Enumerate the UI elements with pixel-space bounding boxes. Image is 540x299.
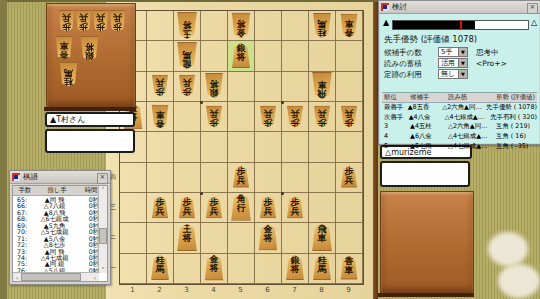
option-note: 思考中 bbox=[476, 48, 499, 58]
candidate-col-header: 候補手 bbox=[410, 93, 448, 102]
option-label: 読みの蓄積 bbox=[384, 59, 422, 68]
hoshi-dot bbox=[200, 101, 203, 104]
piece-face: 歩兵 bbox=[182, 197, 192, 218]
file-label: 1 bbox=[119, 286, 146, 294]
analysis-title: 検討 bbox=[392, 2, 407, 12]
move: ▲4八金 bbox=[409, 113, 445, 123]
shogi-piece-sente[interactable]: 玉将 bbox=[177, 12, 198, 39]
piece-face: 歩兵 bbox=[290, 197, 300, 218]
piece-face: 歩兵 bbox=[155, 75, 165, 96]
square-9-1[interactable]: 香車 bbox=[336, 254, 363, 284]
shogi-piece-sente[interactable]: 銀将 bbox=[205, 73, 224, 98]
hoshi-dot bbox=[200, 192, 203, 195]
dropdown-arrow-icon[interactable]: ▼ bbox=[458, 59, 467, 67]
pv: △4七銀成▲… bbox=[448, 142, 496, 152]
kifu-col-header: 手数 bbox=[13, 186, 31, 195]
square-7-6[interactable]: 歩兵 bbox=[282, 102, 309, 132]
hoshi-dot bbox=[281, 192, 284, 195]
square-1-3[interactable] bbox=[120, 193, 147, 223]
candidate-col-header: 形勢 (評価値) bbox=[496, 93, 537, 102]
square-8-1[interactable]: 桂馬 bbox=[309, 254, 336, 284]
file-label: 3 bbox=[173, 286, 200, 294]
square-8-9[interactable]: 桂馬 bbox=[309, 11, 336, 41]
move: ▲6八金 bbox=[410, 132, 448, 142]
square-9-2[interactable] bbox=[336, 223, 363, 253]
file-label: 7 bbox=[281, 286, 308, 294]
square-8-7[interactable]: 飛車 bbox=[309, 72, 336, 102]
shogi-piece-gote[interactable]: 金将 bbox=[258, 224, 278, 250]
shogi-piece-gote[interactable]: 銀将 bbox=[286, 255, 305, 280]
scroll-right-icon[interactable]: › bbox=[91, 274, 99, 281]
score: 先手有利 ( 320) bbox=[490, 113, 537, 123]
piece-face: 金将 bbox=[209, 256, 219, 281]
pv: △2六角▲同… bbox=[448, 122, 496, 132]
square-2-5[interactable] bbox=[147, 132, 174, 162]
square-6-2[interactable]: 金将 bbox=[255, 223, 282, 253]
file-label: 5 bbox=[227, 286, 254, 294]
pv: △4七銀成▲… bbox=[448, 132, 496, 142]
kifu-horizontal-scrollbar[interactable]: ‹ › bbox=[13, 272, 99, 281]
rank: 4 bbox=[382, 132, 410, 142]
piece-face: 香車 bbox=[59, 36, 69, 59]
piece-face: 歩兵 bbox=[263, 197, 273, 218]
kifu-close-icon[interactable]: × bbox=[97, 173, 108, 184]
pv: △2六角▲同… bbox=[442, 103, 486, 113]
file-label: 2 bbox=[146, 286, 173, 294]
piece-face: 桂馬 bbox=[64, 62, 74, 86]
shogi-piece-sente[interactable]: 香車 bbox=[340, 13, 358, 37]
piece-face: 龍馬 bbox=[182, 42, 192, 68]
square-1-4[interactable] bbox=[120, 163, 147, 193]
file-label: 8 bbox=[308, 286, 335, 294]
piece-face: 王将 bbox=[182, 225, 192, 251]
square-7-8[interactable] bbox=[282, 41, 309, 71]
square-1-2[interactable] bbox=[120, 223, 147, 253]
kifu-list[interactable]: 手数指し手時間 65:▲同 飛0秒66:△7八銀0秒67:▲8八飛0秒68:△6… bbox=[12, 185, 108, 282]
square-9-9[interactable]: 香車 bbox=[336, 11, 363, 41]
shogi-piece-sente[interactable]: 歩兵 bbox=[179, 75, 196, 97]
square-4-5[interactable] bbox=[201, 132, 228, 162]
kifu-titlebar[interactable]: 棋譜 × bbox=[10, 171, 110, 184]
square-5-7[interactable] bbox=[228, 72, 255, 102]
piece-face: 桂馬 bbox=[317, 256, 327, 280]
gote-comment-box bbox=[380, 161, 470, 187]
square-9-5[interactable] bbox=[336, 132, 363, 162]
piece-face: 金将 bbox=[236, 12, 246, 37]
candidate-col-header: 読み筋 bbox=[448, 93, 496, 102]
square-9-3[interactable] bbox=[336, 193, 363, 223]
square-3-4[interactable] bbox=[174, 163, 201, 193]
cushion bbox=[498, 264, 540, 298]
square-7-5[interactable] bbox=[282, 132, 309, 162]
square-7-4[interactable] bbox=[282, 163, 309, 193]
square-5-4[interactable]: 歩兵 bbox=[228, 163, 255, 193]
shogi-piece-gote[interactable]: 歩兵 bbox=[341, 166, 358, 188]
analysis-body: ▲ △ 先手優勢 (評価値 1078) 候補手の数5手▼思考中読みの蓄積活用▼<… bbox=[380, 14, 539, 143]
gote-eval-mark: △ bbox=[531, 18, 537, 27]
shogi-piece-gote[interactable]: 角行 bbox=[231, 194, 252, 221]
hscroll-thumb[interactable] bbox=[21, 273, 81, 281]
shogi-app: 玉将金将桂馬香車龍馬銀将歩兵歩兵銀将飛車金将香車歩兵歩兵歩兵歩兵歩兵歩兵歩兵歩兵… bbox=[0, 0, 540, 299]
evaluation-bar bbox=[392, 20, 529, 30]
square-2-8[interactable] bbox=[147, 41, 174, 71]
piece-face: 歩兵 bbox=[290, 105, 300, 126]
square-4-9[interactable] bbox=[201, 11, 228, 41]
rank: 5 bbox=[382, 142, 410, 152]
square-2-9[interactable] bbox=[147, 11, 174, 41]
square-7-1[interactable]: 銀将 bbox=[282, 254, 309, 284]
square-9-6[interactable]: 歩兵 bbox=[336, 102, 363, 132]
piece-face: 歩兵 bbox=[344, 105, 354, 126]
pv: △4七銀成▲… bbox=[445, 113, 491, 123]
square-2-2[interactable] bbox=[147, 223, 174, 253]
shogi-piece-sente[interactable]: 銀将 bbox=[80, 36, 99, 61]
shogi-piece-sente[interactable]: 歩兵 bbox=[314, 105, 331, 127]
piece-face: 歩兵 bbox=[209, 105, 219, 126]
move: ▲5七飛 bbox=[410, 142, 448, 152]
piece-face: 玉将 bbox=[182, 12, 192, 38]
piece-face: 歩兵 bbox=[344, 167, 354, 188]
square-5-6[interactable] bbox=[228, 102, 255, 132]
piece-face: 銀将 bbox=[290, 256, 300, 280]
square-6-5[interactable] bbox=[255, 132, 282, 162]
analysis-window-icon bbox=[381, 3, 389, 11]
rank: 次善手 bbox=[382, 113, 409, 123]
option-row: 読みの蓄積活用▼<Pro+> bbox=[384, 59, 422, 70]
sente-eval-mark: ▲ bbox=[383, 18, 389, 27]
evaluation-bar-fill bbox=[393, 21, 475, 29]
shogi-piece-gote[interactable]: 歩兵 bbox=[206, 196, 223, 218]
shogi-piece-sente[interactable]: 歩兵 bbox=[75, 10, 92, 32]
candidate-table-header: 順位候補手読み筋形勢 (評価値) bbox=[382, 93, 537, 103]
option-dropdown[interactable]: 活用▼ bbox=[438, 58, 468, 68]
square-7-2[interactable] bbox=[282, 223, 309, 253]
shogi-piece-sente[interactable]: 歩兵 bbox=[92, 10, 109, 32]
square-8-4[interactable] bbox=[309, 163, 336, 193]
evaluation-status: 先手優勢 (評価値 1078) bbox=[384, 34, 477, 46]
shogi-piece-sente[interactable]: 歩兵 bbox=[152, 75, 169, 97]
shogi-piece-gote[interactable]: 銀将 bbox=[232, 43, 251, 68]
kifu-window: 棋譜 × 手数指し手時間 65:▲同 飛0秒66:△7八銀0秒67:▲8八飛0秒… bbox=[9, 170, 111, 285]
analysis-close-icon[interactable]: × bbox=[527, 3, 538, 14]
file-label: 6 bbox=[254, 286, 281, 294]
shogi-piece-gote[interactable]: 歩兵 bbox=[233, 166, 250, 188]
square-5-2[interactable] bbox=[228, 223, 255, 253]
shogi-piece-gote[interactable]: 歩兵 bbox=[179, 196, 196, 218]
tatami-edge bbox=[0, 0, 7, 299]
shogi-piece-gote[interactable]: 桂馬 bbox=[151, 255, 170, 280]
hoshi-dot bbox=[281, 101, 284, 104]
sente-captured-tray[interactable]: 歩兵歩兵歩兵歩兵香車銀将桂馬 bbox=[46, 3, 136, 109]
kifu-list-header: 手数指し手時間 bbox=[13, 186, 99, 196]
piece-face: 銀将 bbox=[236, 44, 246, 68]
shogi-piece-gote[interactable]: 歩兵 bbox=[152, 196, 169, 218]
shogi-piece-gote[interactable]: 歩兵 bbox=[287, 196, 304, 218]
shogi-piece-sente[interactable]: 歩兵 bbox=[58, 10, 75, 32]
square-3-1[interactable] bbox=[174, 254, 201, 284]
square-8-3[interactable] bbox=[309, 193, 336, 223]
piece-face: 歩兵 bbox=[182, 75, 192, 96]
shogi-piece-sente[interactable]: 歩兵 bbox=[341, 105, 358, 127]
shogi-piece-gote[interactable]: 飛車 bbox=[312, 224, 333, 251]
rank: 3 bbox=[382, 122, 410, 132]
option-dropdown[interactable]: 無し▼ bbox=[438, 69, 468, 79]
piece-face: 桂馬 bbox=[317, 13, 327, 37]
option-label: 候補手の数 bbox=[384, 48, 422, 57]
square-4-6[interactable]: 歩兵 bbox=[201, 102, 228, 132]
sente-tray-base bbox=[44, 107, 136, 111]
option-note: <Pro+> bbox=[476, 59, 507, 68]
shogi-piece-sente[interactable]: 歩兵 bbox=[287, 105, 304, 127]
candidate-moves-table[interactable]: 順位候補手読み筋形勢 (評価値) 最善手▲8五香△2六角▲同…先手優勢 ( 10… bbox=[382, 92, 537, 141]
square-2-1[interactable]: 桂馬 bbox=[147, 254, 174, 284]
piece-face: 銀将 bbox=[85, 36, 95, 60]
square-3-3[interactable]: 歩兵 bbox=[174, 193, 201, 223]
square-4-4[interactable] bbox=[201, 163, 228, 193]
piece-face: 歩兵 bbox=[113, 10, 123, 31]
piece-face: 歩兵 bbox=[209, 197, 219, 218]
analysis-titlebar[interactable]: 検討 × bbox=[379, 1, 540, 14]
piece-face: 歩兵 bbox=[236, 167, 246, 188]
square-7-7[interactable] bbox=[282, 72, 309, 102]
gote-captured-tray[interactable] bbox=[380, 191, 474, 295]
square-5-5[interactable] bbox=[228, 132, 255, 162]
shogi-piece-gote[interactable]: 金将 bbox=[204, 255, 224, 281]
shogi-piece-sente[interactable]: 飛車 bbox=[312, 72, 333, 99]
shogi-piece-sente[interactable]: 香車 bbox=[55, 36, 73, 60]
shogi-piece-gote[interactable]: 王将 bbox=[177, 224, 198, 251]
square-3-7[interactable]: 歩兵 bbox=[174, 72, 201, 102]
file-label: 4 bbox=[200, 286, 227, 294]
piece-face: 香車 bbox=[155, 104, 165, 127]
move: ▲8五香 bbox=[408, 103, 443, 113]
dropdown-arrow-icon[interactable]: ▼ bbox=[458, 48, 467, 56]
cushion bbox=[488, 232, 528, 266]
square-8-8[interactable] bbox=[309, 41, 336, 71]
square-3-5[interactable] bbox=[174, 132, 201, 162]
square-3-6[interactable] bbox=[174, 102, 201, 132]
shogi-piece-sente[interactable]: 龍馬 bbox=[177, 42, 198, 69]
kifu-window-icon bbox=[12, 173, 20, 181]
move: ▲4五桂 bbox=[410, 122, 448, 132]
square-9-8[interactable] bbox=[336, 41, 363, 71]
kifu-vertical-scrollbar[interactable]: ˄ ˅ bbox=[98, 186, 107, 273]
square-2-7[interactable]: 歩兵 bbox=[147, 72, 174, 102]
square-6-7[interactable] bbox=[255, 72, 282, 102]
square-3-2[interactable]: 王将 bbox=[174, 223, 201, 253]
candidate-row[interactable]: 5▲5七飛△4七銀成▲…互角 ( -35) bbox=[382, 142, 537, 152]
candidate-col-header: 順位 bbox=[382, 93, 410, 102]
option-dropdown[interactable]: 5手▼ bbox=[438, 47, 468, 57]
square-8-6[interactable]: 歩兵 bbox=[309, 102, 336, 132]
shogi-piece-sente[interactable]: 歩兵 bbox=[109, 10, 126, 32]
kifu-title: 棋譜 bbox=[23, 172, 38, 182]
shogi-piece-sente[interactable]: 香車 bbox=[151, 104, 169, 128]
sente-comment-box bbox=[45, 129, 135, 153]
square-9-7[interactable] bbox=[336, 72, 363, 102]
option-label: 定跡の利用 bbox=[384, 70, 422, 79]
square-6-8[interactable] bbox=[255, 41, 282, 71]
square-2-3[interactable]: 歩兵 bbox=[147, 193, 174, 223]
kifu-col-header: 指し手 bbox=[31, 186, 83, 195]
piece-face: 歩兵 bbox=[155, 197, 165, 218]
piece-face: 歩兵 bbox=[62, 10, 72, 31]
kifu-col-header: 時間 bbox=[83, 186, 99, 195]
score: 先手優勢 ( 1078) bbox=[486, 103, 537, 113]
square-2-6[interactable]: 香車 bbox=[147, 102, 174, 132]
square-7-9[interactable] bbox=[282, 11, 309, 41]
kifu-move-rows[interactable]: 65:▲同 飛0秒66:△7八銀0秒67:▲8八飛0秒68:△6七銀成0秒69:… bbox=[13, 196, 99, 273]
square-3-9[interactable]: 玉将 bbox=[174, 11, 201, 41]
sente-name-plate: ▲T村さん bbox=[45, 112, 135, 127]
board-grid[interactable]: 玉将金将桂馬香車龍馬銀将歩兵歩兵銀将飛車金将香車歩兵歩兵歩兵歩兵歩兵歩兵歩兵歩兵… bbox=[119, 10, 364, 285]
candidate-row[interactable]: 3▲4五桂△2六角▲同…互角 ( 219) bbox=[382, 122, 537, 132]
piece-face: 飛車 bbox=[317, 225, 327, 251]
shogi-piece-sente[interactable]: 歩兵 bbox=[260, 105, 277, 127]
scroll-down-icon[interactable]: ˅ bbox=[99, 266, 107, 273]
shogi-piece-gote[interactable]: 歩兵 bbox=[260, 196, 277, 218]
square-8-5[interactable] bbox=[309, 132, 336, 162]
square-6-6[interactable]: 歩兵 bbox=[255, 102, 282, 132]
piece-face: 香車 bbox=[344, 257, 354, 280]
dropdown-arrow-icon[interactable]: ▼ bbox=[458, 70, 467, 78]
square-9-4[interactable]: 歩兵 bbox=[336, 163, 363, 193]
shogi-piece-sente[interactable]: 桂馬 bbox=[59, 62, 78, 87]
square-6-4[interactable] bbox=[255, 163, 282, 193]
piece-face: 飛車 bbox=[317, 72, 327, 98]
square-6-9[interactable] bbox=[255, 11, 282, 41]
piece-face: 角行 bbox=[236, 195, 246, 221]
vscroll-thumb[interactable] bbox=[99, 228, 107, 244]
piece-face: 歩兵 bbox=[96, 10, 106, 31]
square-4-7[interactable]: 銀将 bbox=[201, 72, 228, 102]
square-6-1[interactable] bbox=[255, 254, 282, 284]
analysis-window: 検討 × ▲ △ 先手優勢 (評価値 1078) 候補手の数5手▼思考中読みの蓄… bbox=[378, 0, 540, 145]
piece-face: 香車 bbox=[344, 13, 354, 36]
option-row: 定跡の利用無し▼ bbox=[384, 70, 422, 81]
piece-face: 歩兵 bbox=[263, 105, 273, 126]
piece-face: 歩兵 bbox=[317, 105, 327, 126]
evaluation-bar-center-tick bbox=[460, 20, 462, 30]
score: 互角 ( -35) bbox=[496, 142, 537, 152]
square-4-2[interactable] bbox=[201, 223, 228, 253]
shogi-piece-gote[interactable]: 香車 bbox=[340, 256, 358, 280]
square-4-3[interactable]: 歩兵 bbox=[201, 193, 228, 223]
square-8-2[interactable]: 飛車 bbox=[309, 223, 336, 253]
candidate-row[interactable]: 最善手▲8五香△2六角▲同…先手優勢 ( 1078) bbox=[382, 103, 537, 113]
candidate-row[interactable]: 次善手▲4八金△4七銀成▲…先手有利 ( 320) bbox=[382, 113, 537, 123]
score: 互角 ( 219) bbox=[496, 122, 537, 132]
scroll-up-icon[interactable]: ˄ bbox=[99, 186, 107, 193]
square-7-3[interactable]: 歩兵 bbox=[282, 193, 309, 223]
square-4-8[interactable] bbox=[201, 41, 228, 71]
piece-face: 金将 bbox=[263, 225, 273, 250]
square-3-8[interactable]: 龍馬 bbox=[174, 41, 201, 71]
square-5-3[interactable]: 角行 bbox=[228, 193, 255, 223]
candidate-row[interactable]: 4▲6八金△4七銀成▲…互角 ( 16) bbox=[382, 132, 537, 142]
piece-face: 桂馬 bbox=[155, 256, 165, 280]
square-2-4[interactable] bbox=[147, 163, 174, 193]
option-row: 候補手の数5手▼思考中 bbox=[384, 48, 422, 59]
score: 互角 ( 16) bbox=[496, 132, 537, 142]
shogi-piece-gote[interactable]: 桂馬 bbox=[313, 255, 332, 280]
square-4-1[interactable]: 金将 bbox=[201, 254, 228, 284]
square-6-3[interactable]: 歩兵 bbox=[255, 193, 282, 223]
rank: 最善手 bbox=[382, 103, 408, 113]
gote-tray-base bbox=[378, 293, 474, 297]
piece-face: 銀将 bbox=[209, 73, 219, 97]
piece-face: 歩兵 bbox=[79, 10, 89, 31]
square-1-1[interactable] bbox=[120, 254, 147, 284]
square-5-9[interactable]: 金将 bbox=[228, 11, 255, 41]
shogi-piece-sente[interactable]: 歩兵 bbox=[206, 105, 223, 127]
file-label: 9 bbox=[335, 286, 362, 294]
shogi-piece-sente[interactable]: 桂馬 bbox=[313, 13, 332, 38]
square-5-8[interactable]: 銀将 bbox=[228, 41, 255, 71]
square-5-1[interactable] bbox=[228, 254, 255, 284]
candidate-table-body: 最善手▲8五香△2六角▲同…先手優勢 ( 1078)次善手▲4八金△4七銀成▲…… bbox=[382, 103, 537, 151]
shogi-piece-sente[interactable]: 金将 bbox=[231, 12, 251, 38]
scroll-left-icon[interactable]: ‹ bbox=[13, 274, 21, 281]
